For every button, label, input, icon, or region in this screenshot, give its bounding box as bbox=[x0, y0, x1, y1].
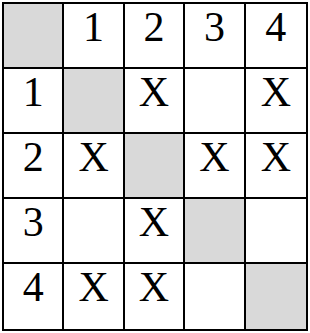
grid-cell-r3-c2: X bbox=[125, 199, 185, 264]
matrix-diagram: 12341XX2XXX3X4XX bbox=[0, 0, 310, 333]
corner-cell bbox=[4, 4, 64, 69]
row-header-3: 3 bbox=[4, 199, 64, 264]
grid-cell-r1-c2: X bbox=[125, 69, 185, 134]
grid-cell-r4-c3 bbox=[185, 264, 245, 329]
grid-cell-r3-c1 bbox=[64, 199, 124, 264]
grid-cell-r2-c4: X bbox=[246, 134, 306, 199]
diagonal-cell-4 bbox=[246, 264, 306, 329]
diagonal-cell-2 bbox=[125, 134, 185, 199]
row-header-2: 2 bbox=[4, 134, 64, 199]
grid-cell-r2-c1: X bbox=[64, 134, 124, 199]
grid-cell-r2-c3: X bbox=[185, 134, 245, 199]
grid-cell-r1-c4: X bbox=[246, 69, 306, 134]
grid-cell-r4-c1: X bbox=[64, 264, 124, 329]
grid-cell-r1-c3 bbox=[185, 69, 245, 134]
adjacency-matrix-grid: 12341XX2XXX3X4XX bbox=[2, 2, 308, 331]
diagonal-cell-3 bbox=[185, 199, 245, 264]
col-header-2: 2 bbox=[125, 4, 185, 69]
col-header-4: 4 bbox=[246, 4, 306, 69]
grid-cell-r3-c4 bbox=[246, 199, 306, 264]
grid-cell-r4-c2: X bbox=[125, 264, 185, 329]
row-header-1: 1 bbox=[4, 69, 64, 134]
col-header-3: 3 bbox=[185, 4, 245, 69]
col-header-1: 1 bbox=[64, 4, 124, 69]
row-header-4: 4 bbox=[4, 264, 64, 329]
diagonal-cell-1 bbox=[64, 69, 124, 134]
